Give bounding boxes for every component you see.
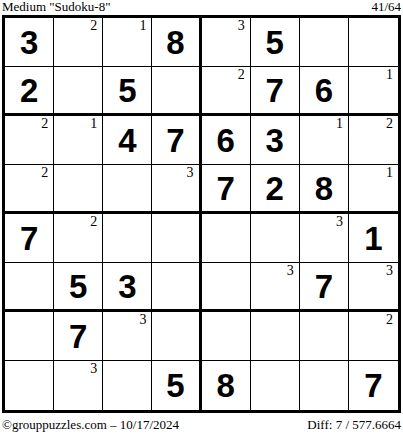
cell-r4c2[interactable] xyxy=(54,165,103,214)
cell-r8c5[interactable]: 8 xyxy=(202,361,251,410)
cell-r4c3[interactable] xyxy=(103,165,152,214)
cell-r1c8[interactable] xyxy=(349,18,398,67)
cell-r6c4[interactable] xyxy=(152,263,201,312)
cell-r3c2[interactable]: 1 xyxy=(54,116,103,165)
cell-r2c7[interactable]: 6 xyxy=(300,67,349,116)
corner-mark: 2 xyxy=(90,18,97,34)
given-digit: 7 xyxy=(364,369,382,402)
cell-r5c7[interactable]: 3 xyxy=(300,214,349,263)
corner-mark: 2 xyxy=(41,116,48,132)
given-digit: 8 xyxy=(216,369,234,402)
cell-r7c3[interactable]: 3 xyxy=(103,312,152,361)
cell-r8c3[interactable] xyxy=(103,361,152,410)
cell-r2c4[interactable] xyxy=(152,67,201,116)
cell-r3c3[interactable]: 4 xyxy=(103,116,152,165)
cell-r5c4[interactable] xyxy=(152,214,201,263)
cell-r5c6[interactable] xyxy=(251,214,300,263)
given-digit: 7 xyxy=(20,222,38,255)
puzzle-title: Medium "Sudoku-8" xyxy=(2,0,110,14)
cell-r6c3[interactable]: 3 xyxy=(103,263,152,312)
given-digit: 2 xyxy=(20,74,38,107)
corner-mark: 3 xyxy=(386,263,393,279)
cell-r4c5[interactable]: 7 xyxy=(202,165,251,214)
corner-mark: 2 xyxy=(386,312,393,328)
cell-r3c4[interactable]: 7 xyxy=(152,116,201,165)
cell-r7c1[interactable] xyxy=(5,312,54,361)
cell-r6c8[interactable]: 3 xyxy=(349,263,398,312)
cell-r2c2[interactable] xyxy=(54,67,103,116)
corner-mark: 3 xyxy=(287,263,294,279)
given-digit: 6 xyxy=(216,124,234,157)
corner-mark: 1 xyxy=(90,116,97,132)
corner-mark: 1 xyxy=(139,18,146,34)
cell-r4c7[interactable]: 8 xyxy=(300,165,349,214)
cell-r3c8[interactable]: 2 xyxy=(349,116,398,165)
cell-r1c2[interactable]: 2 xyxy=(54,18,103,67)
given-digit: 7 xyxy=(166,124,184,157)
corner-mark: 2 xyxy=(90,214,97,230)
cell-r4c1[interactable]: 2 xyxy=(5,165,54,214)
cell-r8c2[interactable]: 3 xyxy=(54,361,103,410)
given-digit: 3 xyxy=(118,270,136,303)
cell-r1c7[interactable] xyxy=(300,18,349,67)
given-digit: 7 xyxy=(266,74,284,107)
cell-r8c8[interactable]: 7 xyxy=(349,361,398,410)
cell-r2c1[interactable]: 2 xyxy=(5,67,54,116)
cell-r7c6[interactable] xyxy=(251,312,300,361)
corner-mark: 2 xyxy=(386,116,393,132)
given-digit: 8 xyxy=(315,172,333,205)
given-digit: 3 xyxy=(20,26,38,59)
cell-r2c6[interactable]: 7 xyxy=(251,67,300,116)
cell-r1c4[interactable]: 8 xyxy=(152,18,201,67)
cell-r7c4[interactable] xyxy=(152,312,201,361)
cell-r2c8[interactable]: 1 xyxy=(349,67,398,116)
cell-r8c1[interactable] xyxy=(5,361,54,410)
corner-mark: 1 xyxy=(336,116,343,132)
cell-r6c1[interactable] xyxy=(5,263,54,312)
given-digit: 5 xyxy=(118,74,136,107)
cell-r2c5[interactable]: 2 xyxy=(202,67,251,116)
cell-r1c5[interactable]: 3 xyxy=(202,18,251,67)
sudoku-board: 3218352527612147631223728172315337373235… xyxy=(2,15,401,413)
cell-r3c6[interactable]: 3 xyxy=(251,116,300,165)
cell-r4c4[interactable]: 3 xyxy=(152,165,201,214)
cell-r1c6[interactable]: 5 xyxy=(251,18,300,67)
cell-r2c3[interactable]: 5 xyxy=(103,67,152,116)
copyright-text: ©grouppuzzles.com – 10/17/2024 xyxy=(2,417,179,433)
given-digit: 3 xyxy=(266,124,284,157)
given-digit: 1 xyxy=(364,222,382,255)
cell-r6c7[interactable]: 7 xyxy=(300,263,349,312)
cell-r5c8[interactable]: 1 xyxy=(349,214,398,263)
corner-mark: 3 xyxy=(187,165,194,181)
given-digit: 8 xyxy=(166,26,184,59)
cell-r6c6[interactable]: 3 xyxy=(251,263,300,312)
cell-r3c1[interactable]: 2 xyxy=(5,116,54,165)
given-digit: 6 xyxy=(315,74,333,107)
cell-r5c2[interactable]: 2 xyxy=(54,214,103,263)
header: Medium "Sudoku-8" 41/64 xyxy=(2,0,401,14)
cell-r5c5[interactable] xyxy=(202,214,251,263)
corner-mark: 3 xyxy=(139,312,146,328)
corner-mark: 3 xyxy=(238,18,245,34)
given-digit: 7 xyxy=(315,270,333,303)
given-digit: 5 xyxy=(266,26,284,59)
corner-mark: 2 xyxy=(41,165,48,181)
corner-mark: 2 xyxy=(238,67,245,83)
given-digit: 7 xyxy=(69,320,87,353)
cell-r8c7[interactable] xyxy=(300,361,349,410)
puzzle-counter: 41/64 xyxy=(371,0,401,14)
given-digit: 5 xyxy=(166,369,184,402)
cell-r7c8[interactable]: 2 xyxy=(349,312,398,361)
cell-r5c1[interactable]: 7 xyxy=(5,214,54,263)
corner-mark: 1 xyxy=(386,165,393,181)
cell-r3c7[interactable]: 1 xyxy=(300,116,349,165)
cell-r6c5[interactable] xyxy=(202,263,251,312)
cell-r4c8[interactable]: 1 xyxy=(349,165,398,214)
corner-mark: 1 xyxy=(386,67,393,83)
given-digit: 5 xyxy=(69,270,87,303)
footer: ©grouppuzzles.com – 10/17/2024 Diff: 7 /… xyxy=(2,417,401,433)
given-digit: 2 xyxy=(266,172,284,205)
cell-r1c1[interactable]: 3 xyxy=(5,18,54,67)
cell-r5c3[interactable] xyxy=(103,214,152,263)
cell-r3c5[interactable]: 6 xyxy=(202,116,251,165)
corner-mark: 3 xyxy=(336,214,343,230)
cell-r8c4[interactable]: 5 xyxy=(152,361,201,410)
cell-r4c6[interactable]: 2 xyxy=(251,165,300,214)
cell-r6c2[interactable]: 5 xyxy=(54,263,103,312)
corner-mark: 3 xyxy=(90,361,97,377)
difficulty-text: Diff: 7 / 577.6664 xyxy=(307,417,401,433)
given-digit: 4 xyxy=(118,124,136,157)
cell-r1c3[interactable]: 1 xyxy=(103,18,152,67)
cell-r7c5[interactable] xyxy=(202,312,251,361)
cell-r8c6[interactable] xyxy=(251,361,300,410)
cell-r7c7[interactable] xyxy=(300,312,349,361)
given-digit: 7 xyxy=(216,172,234,205)
cell-r7c2[interactable]: 7 xyxy=(54,312,103,361)
